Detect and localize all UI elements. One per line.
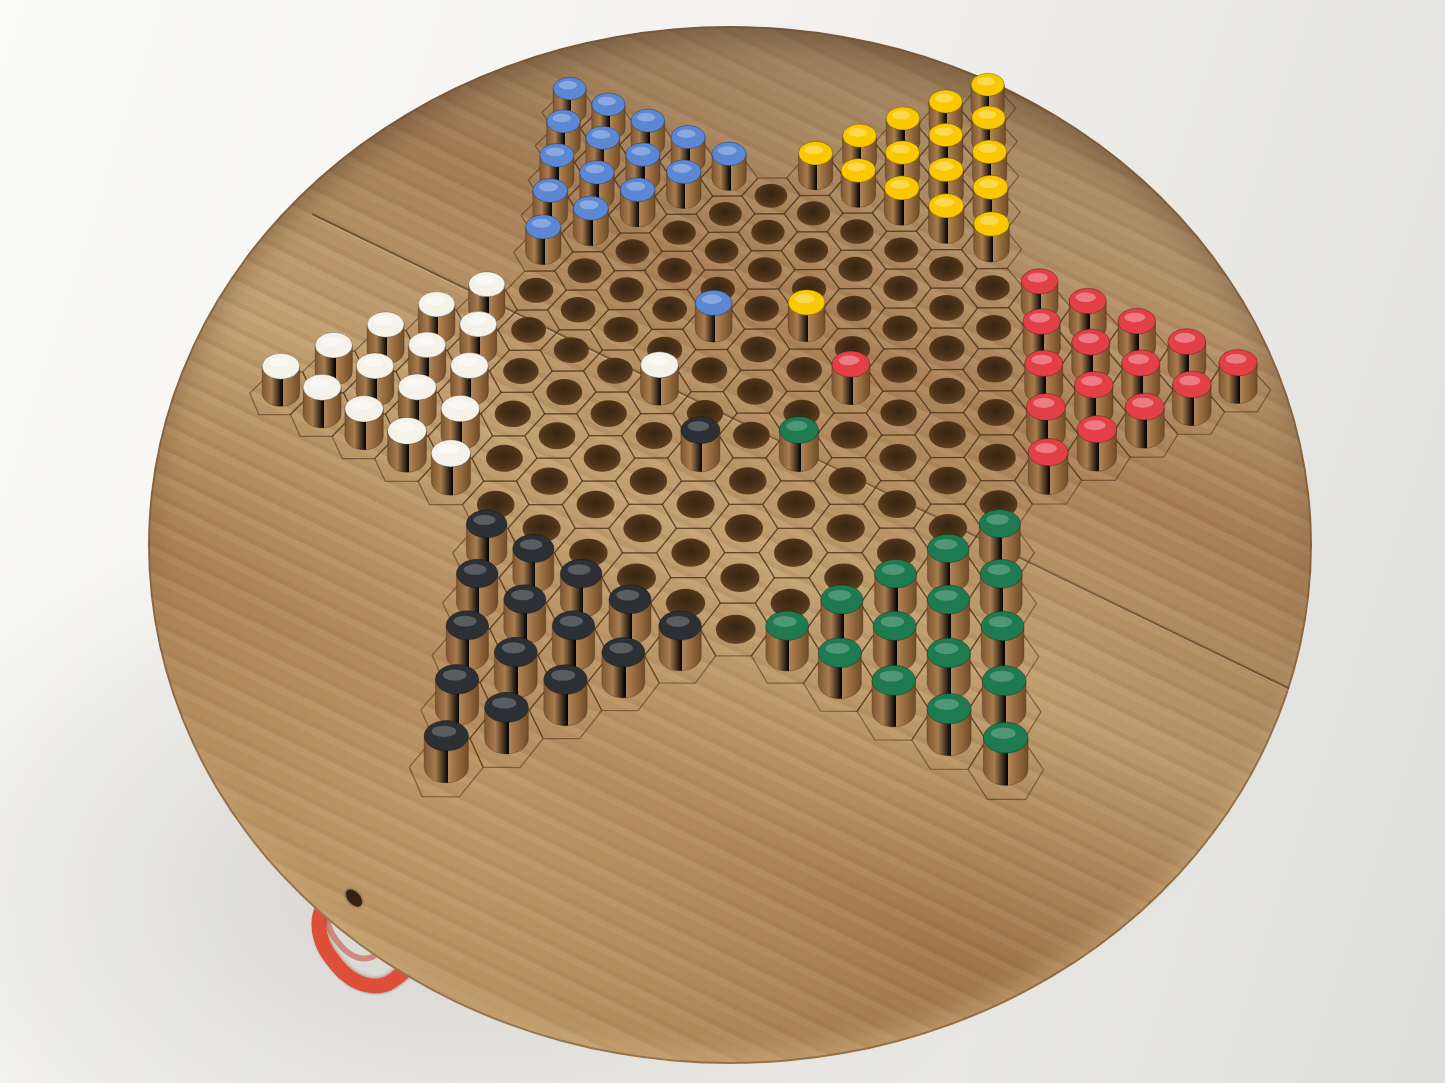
hole-r8-p9[interactable] bbox=[879, 444, 916, 471]
hole-r10-p6[interactable] bbox=[786, 357, 822, 383]
peg-yellow-r7-p4[interactable] bbox=[929, 194, 964, 244]
hole-r16-p8[interactable] bbox=[503, 358, 538, 384]
hole-r13-p8[interactable] bbox=[636, 422, 673, 449]
peg-black-r16-p13[interactable] bbox=[456, 559, 497, 617]
hole-r7-p6[interactable] bbox=[929, 295, 964, 321]
peg-green-r6-p15[interactable] bbox=[982, 666, 1026, 728]
hole-r9-p8[interactable] bbox=[831, 422, 868, 449]
hole-r7-p8[interactable] bbox=[929, 378, 965, 404]
hole-r7-p9[interactable] bbox=[929, 421, 966, 448]
peg-red-r4-p4[interactable] bbox=[1077, 416, 1116, 472]
hole-r6-p7[interactable] bbox=[976, 315, 1011, 341]
peg-green-r6-p13[interactable] bbox=[980, 559, 1022, 618]
hole-r6-p8[interactable] bbox=[977, 356, 1013, 382]
peg-yellow-r9-p2[interactable] bbox=[841, 158, 876, 207]
hole-r13-p4[interactable] bbox=[658, 258, 692, 283]
peg-black-r16-p16[interactable] bbox=[424, 721, 468, 783]
peg-green-r9-p12[interactable] bbox=[821, 585, 863, 644]
peg-green-r6-p16[interactable] bbox=[983, 722, 1028, 785]
hole-r11-p5[interactable] bbox=[741, 337, 776, 363]
hole-r13-p3[interactable] bbox=[663, 220, 696, 244]
hole-r6-p6[interactable] bbox=[975, 275, 1009, 300]
hole-r9-p9[interactable] bbox=[829, 467, 867, 495]
peg-white-r20-p2[interactable] bbox=[303, 374, 341, 428]
hole-r16-p7[interactable] bbox=[511, 317, 546, 343]
hole-r13-p10[interactable] bbox=[623, 514, 661, 542]
hole-r7-p5[interactable] bbox=[929, 256, 963, 281]
peg-black-r16-p14[interactable] bbox=[446, 611, 488, 671]
peg-black-r14-p13[interactable] bbox=[552, 611, 594, 671]
hole-r10-p3[interactable] bbox=[794, 238, 828, 263]
hole-r8-p5[interactable] bbox=[883, 276, 917, 301]
hole-r15-p5[interactable] bbox=[568, 258, 602, 283]
hole-r13-p9[interactable] bbox=[630, 467, 667, 494]
hole-r12-p10[interactable] bbox=[671, 539, 710, 567]
peg-green-r7-p12[interactable] bbox=[927, 534, 968, 592]
hole-r14-p4[interactable] bbox=[616, 239, 650, 264]
peg-blue-r12-p1[interactable] bbox=[712, 142, 746, 190]
hole-r10-p10[interactable] bbox=[774, 539, 813, 567]
hole-r8-p10[interactable] bbox=[878, 490, 916, 518]
hole-r9-p3[interactable] bbox=[840, 219, 873, 244]
hole-r14-p6[interactable] bbox=[604, 317, 639, 343]
peg-black-r12-p8[interactable] bbox=[681, 417, 720, 472]
peg-black-r12-p12[interactable] bbox=[659, 611, 701, 671]
hole-r15-p6[interactable] bbox=[561, 297, 596, 322]
peg-green-r6-p14[interactable] bbox=[981, 611, 1024, 671]
hole-r12-p2[interactable] bbox=[709, 202, 742, 226]
star-board bbox=[0, 0, 1445, 1083]
hole-r15-p10[interactable] bbox=[531, 467, 568, 494]
peg-black-r13-p13[interactable] bbox=[602, 638, 645, 698]
hole-r6-p10[interactable] bbox=[979, 444, 1016, 471]
peg-green-r7-p14[interactable] bbox=[927, 638, 970, 699]
peg-red-r9-p7[interactable] bbox=[832, 351, 870, 405]
hole-r8-p8[interactable] bbox=[880, 399, 916, 426]
peg-black-r15-p14[interactable] bbox=[494, 637, 537, 697]
hole-r11-p10[interactable] bbox=[720, 563, 759, 592]
peg-white-r13-p7[interactable] bbox=[641, 352, 679, 405]
hole-r9-p5[interactable] bbox=[837, 296, 872, 321]
hole-r14-p7[interactable] bbox=[597, 358, 633, 384]
hole-r7-p10[interactable] bbox=[929, 467, 967, 495]
hole-r8-p7[interactable] bbox=[881, 357, 917, 383]
hole-r8-p4[interactable] bbox=[884, 238, 918, 263]
hole-r10-p2[interactable] bbox=[797, 201, 830, 225]
hole-r6-p9[interactable] bbox=[978, 399, 1015, 426]
peg-yellow-r6-p5[interactable] bbox=[974, 212, 1010, 262]
hole-r11-p8[interactable] bbox=[729, 467, 766, 494]
peg-black-r15-p12[interactable] bbox=[513, 534, 554, 592]
peg-black-r16-p15[interactable] bbox=[435, 664, 478, 725]
peg-red-r1-p1[interactable] bbox=[1219, 349, 1257, 403]
peg-black-r15-p13[interactable] bbox=[504, 585, 546, 644]
peg-green-r9-p13[interactable] bbox=[818, 638, 861, 699]
peg-blue-r15-p4[interactable] bbox=[573, 196, 608, 246]
peg-black-r14-p12[interactable] bbox=[560, 559, 601, 618]
peg-white-r19-p3[interactable] bbox=[345, 396, 383, 450]
hole-r8-p6[interactable] bbox=[883, 315, 918, 341]
peg-blue-r16-p5[interactable] bbox=[526, 215, 561, 265]
peg-red-r2-p2[interactable] bbox=[1172, 371, 1211, 426]
peg-blue-r14-p3[interactable] bbox=[620, 178, 655, 227]
hole-r10-p9[interactable] bbox=[777, 490, 815, 518]
peg-green-r8-p13[interactable] bbox=[873, 611, 916, 671]
peg-blue-r12-p5[interactable] bbox=[695, 290, 732, 342]
peg-green-r8-p14[interactable] bbox=[872, 665, 916, 727]
hole-r11-p2[interactable] bbox=[751, 220, 784, 245]
peg-black-r14-p14[interactable] bbox=[544, 665, 587, 726]
hole-r11-p7[interactable] bbox=[733, 422, 770, 449]
hole-r12-p6[interactable] bbox=[692, 357, 728, 383]
peg-yellow-r8-p3[interactable] bbox=[884, 176, 919, 225]
hole-r14-p8[interactable] bbox=[591, 400, 627, 427]
peg-yellow-r10-p5[interactable] bbox=[788, 290, 825, 342]
hole-r12-p3[interactable] bbox=[705, 239, 739, 264]
peg-white-r18-p4[interactable] bbox=[388, 417, 427, 472]
peg-blue-r13-p2[interactable] bbox=[666, 160, 701, 209]
hole-r14-p5[interactable] bbox=[610, 277, 644, 302]
peg-green-r7-p15[interactable] bbox=[927, 694, 971, 756]
peg-black-r15-p15[interactable] bbox=[485, 692, 529, 754]
hole-r7-p7[interactable] bbox=[929, 336, 964, 362]
peg-red-r5-p5[interactable] bbox=[1028, 438, 1068, 494]
peg-green-r8-p12[interactable] bbox=[875, 559, 917, 618]
hole-r11-p6[interactable] bbox=[737, 378, 773, 404]
hole-r11-p3[interactable] bbox=[748, 257, 782, 282]
hole-r16-p9[interactable] bbox=[495, 401, 531, 428]
peg-green-r10-p12[interactable] bbox=[766, 611, 809, 671]
peg-red-r3-p3[interactable] bbox=[1125, 393, 1164, 448]
hole-r14-p9[interactable] bbox=[584, 445, 621, 472]
peg-black-r13-p12[interactable] bbox=[609, 585, 651, 644]
hole-r15-p7[interactable] bbox=[554, 337, 589, 363]
peg-white-r21-p1[interactable] bbox=[262, 353, 300, 406]
peg-black-r16-p12[interactable] bbox=[466, 510, 507, 567]
hole-r15-p9[interactable] bbox=[539, 422, 576, 449]
peg-green-r6-p12[interactable] bbox=[979, 510, 1020, 568]
hole-r11-p9[interactable] bbox=[725, 514, 763, 542]
hole-r11-p1[interactable] bbox=[755, 184, 788, 208]
hole-r11-p11[interactable] bbox=[716, 615, 756, 644]
photo-scene bbox=[0, 0, 1445, 1083]
peg-white-r17-p5[interactable] bbox=[431, 440, 470, 495]
hole-r14-p10[interactable] bbox=[577, 491, 615, 519]
peg-yellow-r10-p1[interactable] bbox=[798, 141, 832, 189]
hole-r16-p6[interactable] bbox=[519, 278, 553, 303]
hole-r9-p10[interactable] bbox=[827, 514, 865, 542]
peg-green-r10-p8[interactable] bbox=[779, 416, 818, 471]
hole-r15-p8[interactable] bbox=[546, 379, 582, 405]
hole-r12-p9[interactable] bbox=[677, 491, 715, 519]
hole-r13-p5[interactable] bbox=[652, 297, 687, 322]
hole-r11-p4[interactable] bbox=[744, 296, 779, 321]
hole-r9-p4[interactable] bbox=[839, 257, 873, 282]
hole-r16-p10[interactable] bbox=[486, 445, 523, 472]
peg-green-r7-p13[interactable] bbox=[927, 585, 969, 645]
